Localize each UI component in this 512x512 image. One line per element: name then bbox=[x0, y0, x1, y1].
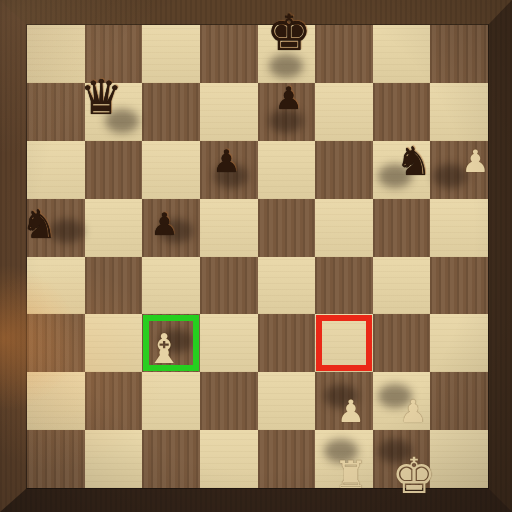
square-g5[interactable] bbox=[373, 199, 431, 257]
square-c5[interactable]: ♟ bbox=[142, 199, 200, 257]
square-d6[interactable]: ♟ bbox=[200, 141, 258, 199]
black-knight-g6[interactable]: ♞ bbox=[396, 140, 432, 180]
square-c2[interactable] bbox=[142, 372, 200, 430]
square-a7[interactable] bbox=[27, 83, 85, 141]
square-e5[interactable] bbox=[258, 199, 316, 257]
square-f5[interactable] bbox=[315, 199, 373, 257]
square-b4[interactable] bbox=[85, 257, 143, 315]
square-g4[interactable] bbox=[373, 257, 431, 315]
square-a2[interactable] bbox=[27, 372, 85, 430]
white-pawn-f2[interactable]: ♟ bbox=[337, 397, 365, 428]
square-g2[interactable]: ♟ bbox=[373, 372, 431, 430]
square-b6[interactable] bbox=[85, 141, 143, 199]
chess-board: ♚♛♟♟♞♟♞♟♝♟♟♜♚ bbox=[27, 25, 488, 488]
square-c4[interactable] bbox=[142, 257, 200, 315]
square-g6[interactable]: ♞ bbox=[373, 141, 431, 199]
square-a4[interactable] bbox=[27, 257, 85, 315]
square-d3[interactable] bbox=[200, 314, 258, 372]
square-b7[interactable]: ♛ bbox=[85, 83, 143, 141]
square-e4[interactable] bbox=[258, 257, 316, 315]
square-e7[interactable]: ♟ bbox=[258, 83, 316, 141]
square-b2[interactable] bbox=[85, 372, 143, 430]
square-g3[interactable] bbox=[373, 314, 431, 372]
white-pawn-h6[interactable]: ♟ bbox=[461, 146, 489, 177]
square-c1[interactable] bbox=[142, 430, 200, 488]
square-h7[interactable] bbox=[430, 83, 488, 141]
square-h4[interactable] bbox=[430, 257, 488, 315]
red-highlight-square bbox=[316, 315, 372, 371]
square-d5[interactable] bbox=[200, 199, 258, 257]
square-d2[interactable] bbox=[200, 372, 258, 430]
square-h5[interactable] bbox=[430, 199, 488, 257]
white-rook-f1[interactable]: ♜ bbox=[334, 456, 368, 494]
black-pawn-c5[interactable]: ♟ bbox=[150, 208, 178, 239]
square-e2[interactable] bbox=[258, 372, 316, 430]
square-f6[interactable] bbox=[315, 141, 373, 199]
square-d7[interactable] bbox=[200, 83, 258, 141]
square-c6[interactable] bbox=[142, 141, 200, 199]
chess-board-photo: ♚♛♟♟♞♟♞♟♝♟♟♜♚ bbox=[0, 0, 512, 512]
black-knight-a5[interactable]: ♞ bbox=[21, 203, 57, 243]
white-pawn-g2[interactable]: ♟ bbox=[399, 397, 427, 428]
square-g7[interactable] bbox=[373, 83, 431, 141]
square-e8[interactable]: ♚ bbox=[258, 25, 316, 83]
square-f4[interactable] bbox=[315, 257, 373, 315]
square-d8[interactable] bbox=[200, 25, 258, 83]
square-c7[interactable] bbox=[142, 83, 200, 141]
square-f2[interactable]: ♟ bbox=[315, 372, 373, 430]
square-h8[interactable] bbox=[430, 25, 488, 83]
white-king-g1[interactable]: ♚ bbox=[392, 451, 437, 501]
square-a3[interactable] bbox=[27, 314, 85, 372]
square-b5[interactable] bbox=[85, 199, 143, 257]
black-pawn-e7[interactable]: ♟ bbox=[275, 83, 303, 114]
square-b1[interactable] bbox=[85, 430, 143, 488]
square-f3[interactable] bbox=[315, 314, 373, 372]
square-e6[interactable] bbox=[258, 141, 316, 199]
square-a1[interactable] bbox=[27, 430, 85, 488]
square-d1[interactable] bbox=[200, 430, 258, 488]
square-c3[interactable]: ♝ bbox=[142, 314, 200, 372]
square-a6[interactable] bbox=[27, 141, 85, 199]
square-h2[interactable] bbox=[430, 372, 488, 430]
square-f8[interactable] bbox=[315, 25, 373, 83]
square-h6[interactable]: ♟ bbox=[430, 141, 488, 199]
square-c8[interactable] bbox=[142, 25, 200, 83]
square-h3[interactable] bbox=[430, 314, 488, 372]
square-f1[interactable]: ♜ bbox=[315, 430, 373, 488]
square-a8[interactable] bbox=[27, 25, 85, 83]
square-d4[interactable] bbox=[200, 257, 258, 315]
square-g8[interactable] bbox=[373, 25, 431, 83]
square-b3[interactable] bbox=[85, 314, 143, 372]
black-king-e8[interactable]: ♚ bbox=[266, 8, 311, 58]
square-f7[interactable] bbox=[315, 83, 373, 141]
black-queen-b7[interactable]: ♛ bbox=[80, 73, 123, 121]
square-e3[interactable] bbox=[258, 314, 316, 372]
square-g1[interactable]: ♚ bbox=[373, 430, 431, 488]
square-a5[interactable]: ♞ bbox=[27, 199, 85, 257]
square-e1[interactable] bbox=[258, 430, 316, 488]
square-h1[interactable] bbox=[430, 430, 488, 488]
white-bishop-c3[interactable]: ♝ bbox=[146, 329, 183, 370]
black-pawn-d6[interactable]: ♟ bbox=[213, 146, 241, 177]
